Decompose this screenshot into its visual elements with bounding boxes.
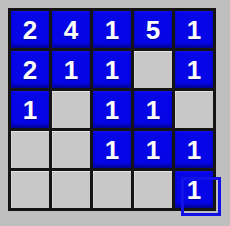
cell-r2c1[interactable]: 2 bbox=[11, 51, 49, 88]
cell-r3c3[interactable]: 1 bbox=[93, 91, 131, 128]
cell-r1c5[interactable]: 1 bbox=[175, 11, 213, 48]
cell-r1c3[interactable]: 1 bbox=[93, 11, 131, 48]
selected-cell-outline bbox=[181, 177, 221, 216]
cell-r3c1[interactable]: 1 bbox=[11, 91, 49, 128]
cell-r2c5[interactable]: 1 bbox=[175, 51, 213, 88]
cell-r5c4[interactable] bbox=[134, 171, 172, 208]
cell-r5c2[interactable] bbox=[52, 171, 90, 208]
cell-r1c2[interactable]: 4 bbox=[52, 11, 90, 48]
cell-r3c2[interactable] bbox=[52, 91, 90, 128]
cell-r1c4[interactable]: 5 bbox=[134, 11, 172, 48]
cell-r2c4[interactable] bbox=[134, 51, 172, 88]
game-board: 2415121111111111 bbox=[8, 8, 216, 211]
cell-r3c4[interactable]: 1 bbox=[134, 91, 172, 128]
cell-r5c1[interactable] bbox=[11, 171, 49, 208]
cell-r5c3[interactable] bbox=[93, 171, 131, 208]
cell-r1c1[interactable]: 2 bbox=[11, 11, 49, 48]
cell-r2c2[interactable]: 1 bbox=[52, 51, 90, 88]
cell-r4c1[interactable] bbox=[11, 131, 49, 168]
cell-r2c3[interactable]: 1 bbox=[93, 51, 131, 88]
cell-r4c4[interactable]: 1 bbox=[134, 131, 172, 168]
cell-r4c5[interactable]: 1 bbox=[175, 131, 213, 168]
game-background: 2415121111111111 bbox=[0, 0, 230, 226]
cell-r4c2[interactable] bbox=[52, 131, 90, 168]
cell-r4c3[interactable]: 1 bbox=[93, 131, 131, 168]
cell-r3c5[interactable] bbox=[175, 91, 213, 128]
cell-r5c5[interactable]: 1 bbox=[175, 171, 213, 208]
